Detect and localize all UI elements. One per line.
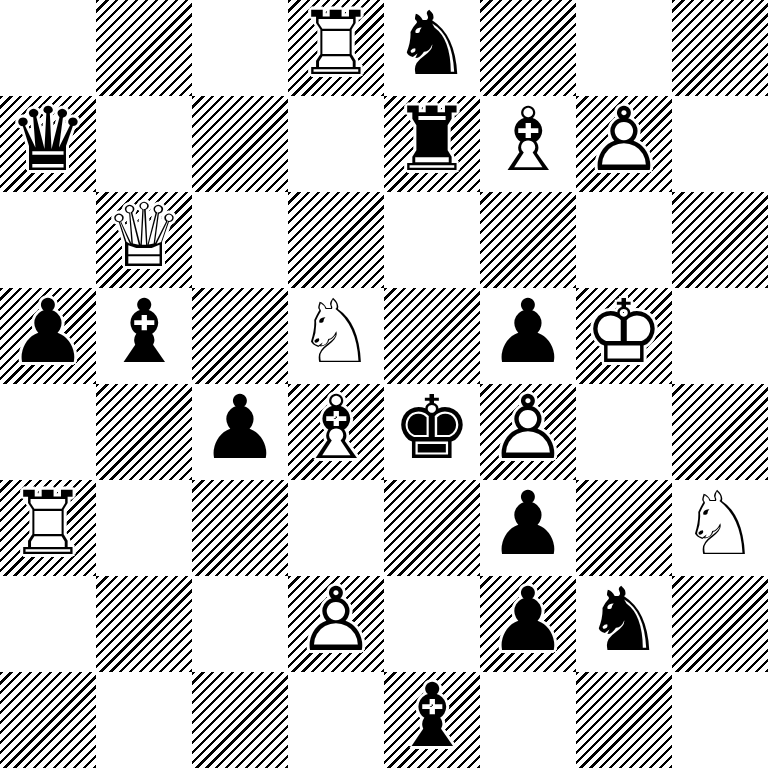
square-g4[interactable] [576,384,672,480]
square-h3[interactable]: ♞♘ [672,480,768,576]
white-bishop-f7[interactable]: ♝♗ [480,96,576,192]
white-pawn-f4[interactable]: ♟♙ [480,384,576,480]
square-c5[interactable] [192,288,288,384]
piece-glyph: ♝ [96,284,192,380]
square-a1[interactable] [0,672,96,768]
square-h6[interactable] [672,192,768,288]
square-b6[interactable]: ♛♕ [96,192,192,288]
square-g6[interactable] [576,192,672,288]
square-d2[interactable]: ♟♙ [288,576,384,672]
piece-glyph: ♟ [192,380,288,476]
white-king-g5[interactable]: ♚♔ [576,288,672,384]
square-g8[interactable] [576,0,672,96]
square-h2[interactable] [672,576,768,672]
square-g3[interactable] [576,480,672,576]
piece-glyph: ♟ [0,284,96,380]
square-f3[interactable]: ♟♟ [480,480,576,576]
square-e6[interactable] [384,192,480,288]
square-b3[interactable] [96,480,192,576]
black-bishop-b5[interactable]: ♝♝ [96,288,192,384]
square-b7[interactable] [96,96,192,192]
square-f7[interactable]: ♝♗ [480,96,576,192]
piece-glyph: ♟ [480,572,576,668]
black-bishop-e1[interactable]: ♝♝ [384,672,480,768]
piece-glyph: ♙ [576,92,672,188]
piece-glyph: ♘ [672,476,768,572]
square-c4[interactable]: ♟♟ [192,384,288,480]
white-bishop-d4[interactable]: ♝♗ [288,384,384,480]
square-f6[interactable] [480,192,576,288]
square-d4[interactable]: ♝♗ [288,384,384,480]
piece-glyph: ♚ [384,380,480,476]
square-d6[interactable] [288,192,384,288]
square-b2[interactable] [96,576,192,672]
piece-glyph: ♟ [480,476,576,572]
square-b1[interactable] [96,672,192,768]
square-c1[interactable] [192,672,288,768]
square-f2[interactable]: ♟♟ [480,576,576,672]
square-h8[interactable] [672,0,768,96]
square-a4[interactable] [0,384,96,480]
piece-glyph: ♞ [384,0,480,92]
chess-board-window: ♜♖♞♞♛♛♜♜♝♗♟♙♛♕♟♟♝♝♞♘♟♟♚♔♟♟♝♗♚♚♟♙♜♖♟♟♞♘♟♙… [0,0,768,768]
square-c2[interactable] [192,576,288,672]
square-h7[interactable] [672,96,768,192]
black-knight-g2[interactable]: ♞♞ [576,576,672,672]
piece-glyph: ♘ [288,284,384,380]
white-knight-h3[interactable]: ♞♘ [672,480,768,576]
white-knight-d5[interactable]: ♞♘ [288,288,384,384]
square-d3[interactable] [288,480,384,576]
piece-glyph: ♗ [480,92,576,188]
square-f8[interactable] [480,0,576,96]
black-pawn-a5[interactable]: ♟♟ [0,288,96,384]
square-e5[interactable] [384,288,480,384]
white-queen-b6[interactable]: ♛♕ [96,192,192,288]
black-knight-e8[interactable]: ♞♞ [384,0,480,96]
black-pawn-f5[interactable]: ♟♟ [480,288,576,384]
piece-glyph: ♖ [288,0,384,92]
piece-glyph: ♛ [0,92,96,188]
square-f1[interactable] [480,672,576,768]
square-c6[interactable] [192,192,288,288]
square-g7[interactable]: ♟♙ [576,96,672,192]
white-rook-d8[interactable]: ♜♖ [288,0,384,96]
square-c7[interactable] [192,96,288,192]
square-f5[interactable]: ♟♟ [480,288,576,384]
piece-glyph: ♙ [480,380,576,476]
square-g2[interactable]: ♞♞ [576,576,672,672]
square-h5[interactable] [672,288,768,384]
piece-glyph: ♜ [384,92,480,188]
square-b4[interactable] [96,384,192,480]
piece-glyph: ♗ [288,380,384,476]
white-rook-a3[interactable]: ♜♖ [0,480,96,576]
square-a5[interactable]: ♟♟ [0,288,96,384]
square-a6[interactable] [0,192,96,288]
black-pawn-c4[interactable]: ♟♟ [192,384,288,480]
square-g1[interactable] [576,672,672,768]
square-e1[interactable]: ♝♝ [384,672,480,768]
piece-glyph: ♙ [288,572,384,668]
square-e8[interactable]: ♞♞ [384,0,480,96]
square-d1[interactable] [288,672,384,768]
square-h1[interactable] [672,672,768,768]
piece-glyph: ♔ [576,284,672,380]
piece-glyph: ♟ [480,284,576,380]
piece-glyph: ♝ [384,668,480,764]
square-a2[interactable] [0,576,96,672]
white-pawn-g7[interactable]: ♟♙ [576,96,672,192]
square-g5[interactable]: ♚♔ [576,288,672,384]
piece-glyph: ♞ [576,572,672,668]
square-d5[interactable]: ♞♘ [288,288,384,384]
square-a8[interactable] [0,0,96,96]
square-e3[interactable] [384,480,480,576]
piece-glyph: ♖ [0,476,96,572]
square-f4[interactable]: ♟♙ [480,384,576,480]
square-b5[interactable]: ♝♝ [96,288,192,384]
chess-board: ♜♖♞♞♛♛♜♜♝♗♟♙♛♕♟♟♝♝♞♘♟♟♚♔♟♟♝♗♚♚♟♙♜♖♟♟♞♘♟♙… [0,0,768,768]
square-a7[interactable]: ♛♛ [0,96,96,192]
black-pawn-f2[interactable]: ♟♟ [480,576,576,672]
black-pawn-f3[interactable]: ♟♟ [480,480,576,576]
square-d8[interactable]: ♜♖ [288,0,384,96]
black-king-e4[interactable]: ♚♚ [384,384,480,480]
black-queen-a7[interactable]: ♛♛ [0,96,96,192]
square-c3[interactable] [192,480,288,576]
square-e4[interactable]: ♚♚ [384,384,480,480]
square-b8[interactable] [96,0,192,96]
square-e2[interactable] [384,576,480,672]
square-c8[interactable] [192,0,288,96]
piece-glyph: ♕ [96,188,192,284]
square-a3[interactable]: ♜♖ [0,480,96,576]
square-d7[interactable] [288,96,384,192]
square-e7[interactable]: ♜♜ [384,96,480,192]
square-h4[interactable] [672,384,768,480]
black-rook-e7[interactable]: ♜♜ [384,96,480,192]
white-pawn-d2[interactable]: ♟♙ [288,576,384,672]
